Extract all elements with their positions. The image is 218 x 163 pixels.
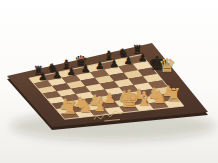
product-photo-stage: ♜♞♝♛♝♞♜♟♟♟♟♟♟♟♟♚♛♟♟♟♟♟♟♟♟♜♞♝♚♝♞♜ [0,0,218,163]
chess-board [0,0,218,163]
